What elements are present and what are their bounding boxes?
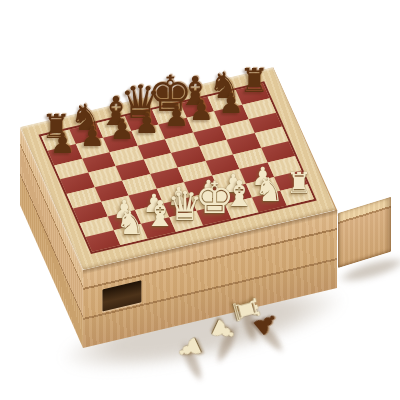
- drawer-slot: [102, 280, 141, 311]
- travel-chess-set-photo: ♜♞♝♛♚♝♞♜♟♟♟♟♟♟♟♟♟♟♟♟♟♞♝♛♚♝♞♜ ♜♟♟♟: [0, 0, 400, 400]
